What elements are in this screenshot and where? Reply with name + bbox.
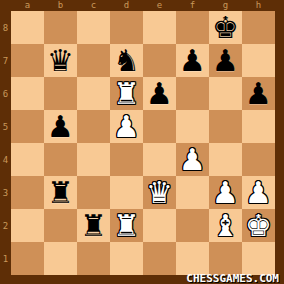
piece-black-pawn: ♟ (212, 44, 239, 77)
piece-white-king: ♚ (245, 209, 272, 242)
square-d2[interactable]: ♜ (110, 209, 143, 242)
piece-white-bishop: ♝ (212, 209, 239, 242)
piece-white-pawn: ♟ (113, 110, 140, 143)
piece-white-pawn: ♟ (179, 143, 206, 176)
square-f7[interactable]: ♟ (176, 44, 209, 77)
square-d7[interactable]: ♞ (110, 44, 143, 77)
square-a1[interactable] (11, 242, 44, 275)
square-e3[interactable]: ♛ (143, 176, 176, 209)
square-a5[interactable] (11, 110, 44, 143)
square-c8[interactable] (77, 11, 110, 44)
file-label-e: e (143, 0, 176, 11)
square-b8[interactable] (44, 11, 77, 44)
square-a2[interactable] (11, 209, 44, 242)
square-a8[interactable] (11, 11, 44, 44)
square-e5[interactable] (143, 110, 176, 143)
square-c7[interactable] (77, 44, 110, 77)
rank-label-7: 7 (0, 44, 11, 77)
square-g5[interactable] (209, 110, 242, 143)
square-c4[interactable] (77, 143, 110, 176)
square-e2[interactable] (143, 209, 176, 242)
piece-white-pawn: ♟ (245, 176, 272, 209)
square-c1[interactable] (77, 242, 110, 275)
square-h1[interactable] (242, 242, 275, 275)
rank-label-2: 2 (0, 209, 11, 242)
watermark-chessgames: CHESSGAMES.COM (186, 273, 279, 284)
rank-labels: 87654321 (0, 11, 11, 275)
square-g6[interactable] (209, 77, 242, 110)
board: ♚♛♞♟♟♜♟♟♟♟♟♜♛♟♟♜♜♝♚ (11, 11, 275, 275)
square-h4[interactable] (242, 143, 275, 176)
rank-label-4: 4 (0, 143, 11, 176)
square-d6[interactable]: ♜ (110, 77, 143, 110)
square-e6[interactable]: ♟ (143, 77, 176, 110)
square-d3[interactable] (110, 176, 143, 209)
square-c5[interactable] (77, 110, 110, 143)
piece-white-rook: ♜ (113, 209, 140, 242)
square-g1[interactable] (209, 242, 242, 275)
square-b4[interactable] (44, 143, 77, 176)
file-label-f: f (176, 0, 209, 11)
piece-white-queen: ♛ (146, 176, 173, 209)
piece-white-rook: ♜ (113, 77, 140, 110)
square-g8[interactable]: ♚ (209, 11, 242, 44)
rank-label-3: 3 (0, 176, 11, 209)
piece-black-pawn: ♟ (47, 110, 74, 143)
rank-label-8: 8 (0, 11, 11, 44)
piece-black-rook: ♜ (47, 176, 74, 209)
square-b5[interactable]: ♟ (44, 110, 77, 143)
square-a7[interactable] (11, 44, 44, 77)
file-label-b: b (44, 0, 77, 11)
square-h8[interactable] (242, 11, 275, 44)
file-label-d: d (110, 0, 143, 11)
rank-label-6: 6 (0, 77, 11, 110)
square-g2[interactable]: ♝ (209, 209, 242, 242)
square-d4[interactable] (110, 143, 143, 176)
square-g3[interactable]: ♟ (209, 176, 242, 209)
square-g4[interactable] (209, 143, 242, 176)
square-h2[interactable]: ♚ (242, 209, 275, 242)
square-h7[interactable] (242, 44, 275, 77)
square-a3[interactable] (11, 176, 44, 209)
square-h6[interactable]: ♟ (242, 77, 275, 110)
file-label-c: c (77, 0, 110, 11)
piece-black-pawn: ♟ (245, 77, 272, 110)
square-c3[interactable] (77, 176, 110, 209)
square-b3[interactable]: ♜ (44, 176, 77, 209)
square-h5[interactable] (242, 110, 275, 143)
square-f8[interactable] (176, 11, 209, 44)
piece-white-pawn: ♟ (212, 176, 239, 209)
piece-black-knight: ♞ (113, 44, 140, 77)
file-label-h: h (242, 0, 275, 11)
rank-label-5: 5 (0, 110, 11, 143)
chess-board-frame: abcdefgh 87654321 ♚♛♞♟♟♜♟♟♟♟♟♜♛♟♟♜♜♝♚ CH… (0, 0, 284, 284)
square-h3[interactable]: ♟ (242, 176, 275, 209)
square-e1[interactable] (143, 242, 176, 275)
square-f3[interactable] (176, 176, 209, 209)
piece-black-king: ♚ (212, 11, 239, 44)
square-e7[interactable] (143, 44, 176, 77)
square-b1[interactable] (44, 242, 77, 275)
square-d1[interactable] (110, 242, 143, 275)
square-b2[interactable] (44, 209, 77, 242)
square-f6[interactable] (176, 77, 209, 110)
square-d8[interactable] (110, 11, 143, 44)
square-g7[interactable]: ♟ (209, 44, 242, 77)
square-f4[interactable]: ♟ (176, 143, 209, 176)
square-f1[interactable] (176, 242, 209, 275)
square-c2[interactable]: ♜ (77, 209, 110, 242)
file-label-a: a (11, 0, 44, 11)
piece-black-rook: ♜ (80, 209, 107, 242)
rank-label-1: 1 (0, 242, 11, 275)
square-f5[interactable] (176, 110, 209, 143)
square-e4[interactable] (143, 143, 176, 176)
square-b7[interactable]: ♛ (44, 44, 77, 77)
square-d5[interactable]: ♟ (110, 110, 143, 143)
piece-black-pawn: ♟ (179, 44, 206, 77)
piece-black-queen: ♛ (47, 44, 74, 77)
square-b6[interactable] (44, 77, 77, 110)
square-c6[interactable] (77, 77, 110, 110)
square-e8[interactable] (143, 11, 176, 44)
square-f2[interactable] (176, 209, 209, 242)
square-a6[interactable] (11, 77, 44, 110)
square-a4[interactable] (11, 143, 44, 176)
piece-black-pawn: ♟ (146, 77, 173, 110)
